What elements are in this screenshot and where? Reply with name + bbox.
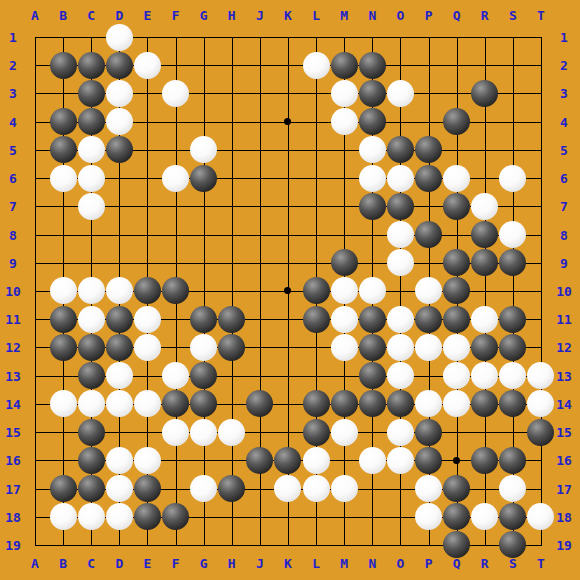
white-stone-O6[interactable] — [387, 165, 414, 192]
row-label-right-1: 1 — [560, 31, 568, 44]
row-label-right-10: 10 — [556, 284, 572, 297]
column-label-top-E: E — [144, 9, 152, 22]
black-stone-R16[interactable] — [471, 447, 498, 474]
white-stone-F13[interactable] — [162, 362, 189, 389]
black-stone-M9[interactable] — [331, 249, 358, 276]
black-stone-J16[interactable] — [246, 447, 273, 474]
white-stone-M17[interactable] — [331, 475, 358, 502]
column-label-top-Q: Q — [453, 9, 461, 22]
row-label-left-2: 2 — [9, 59, 17, 72]
black-stone-M14[interactable] — [331, 390, 358, 417]
white-stone-F15[interactable] — [162, 419, 189, 446]
white-stone-D14[interactable] — [106, 390, 133, 417]
white-stone-C18[interactable] — [78, 503, 105, 530]
black-stone-C16[interactable] — [78, 447, 105, 474]
black-stone-Q17[interactable] — [443, 475, 470, 502]
column-label-bottom-O: O — [397, 557, 405, 570]
row-label-left-5: 5 — [9, 143, 17, 156]
white-stone-C11[interactable] — [78, 306, 105, 333]
column-label-bottom-J: J — [256, 557, 264, 570]
black-stone-Q9[interactable] — [443, 249, 470, 276]
black-stone-C4[interactable] — [78, 108, 105, 135]
column-label-bottom-S: S — [509, 557, 517, 570]
row-label-right-13: 13 — [556, 369, 572, 382]
white-stone-C6[interactable] — [78, 165, 105, 192]
white-stone-K17[interactable] — [274, 475, 301, 502]
black-stone-S11[interactable] — [499, 306, 526, 333]
black-stone-N7[interactable] — [359, 193, 386, 220]
black-stone-S12[interactable] — [499, 334, 526, 361]
white-stone-D1[interactable] — [106, 24, 133, 51]
white-stone-O15[interactable] — [387, 419, 414, 446]
column-label-top-J: J — [256, 9, 264, 22]
white-stone-N10[interactable] — [359, 277, 386, 304]
white-stone-L2[interactable] — [303, 52, 330, 79]
row-label-right-12: 12 — [556, 341, 572, 354]
white-stone-M12[interactable] — [331, 334, 358, 361]
white-stone-D17[interactable] — [106, 475, 133, 502]
white-stone-O3[interactable] — [387, 80, 414, 107]
row-label-right-2: 2 — [560, 59, 568, 72]
black-stone-H11[interactable] — [218, 306, 245, 333]
white-stone-F3[interactable] — [162, 80, 189, 107]
row-label-right-11: 11 — [556, 313, 572, 326]
row-label-right-4: 4 — [560, 115, 568, 128]
star-point-K10 — [284, 287, 291, 294]
white-stone-C5[interactable] — [78, 136, 105, 163]
black-stone-F10[interactable] — [162, 277, 189, 304]
column-label-bottom-Q: Q — [453, 557, 461, 570]
white-stone-P17[interactable] — [415, 475, 442, 502]
column-label-top-A: A — [31, 9, 39, 22]
white-stone-N16[interactable] — [359, 447, 386, 474]
white-stone-C10[interactable] — [78, 277, 105, 304]
white-stone-G17[interactable] — [190, 475, 217, 502]
black-stone-T15[interactable] — [527, 419, 554, 446]
row-label-right-17: 17 — [556, 482, 572, 495]
white-stone-G15[interactable] — [190, 419, 217, 446]
row-label-left-16: 16 — [5, 454, 21, 467]
black-stone-G6[interactable] — [190, 165, 217, 192]
black-stone-C2[interactable] — [78, 52, 105, 79]
white-stone-B18[interactable] — [50, 503, 77, 530]
white-stone-G5[interactable] — [190, 136, 217, 163]
white-stone-D13[interactable] — [106, 362, 133, 389]
star-point-K4 — [284, 118, 291, 125]
black-stone-J14[interactable] — [246, 390, 273, 417]
black-stone-D5[interactable] — [106, 136, 133, 163]
go-board[interactable] — [21, 23, 555, 559]
row-label-left-4: 4 — [9, 115, 17, 128]
row-label-right-16: 16 — [556, 454, 572, 467]
white-stone-L17[interactable] — [303, 475, 330, 502]
white-stone-C7[interactable] — [78, 193, 105, 220]
row-label-right-14: 14 — [556, 397, 572, 410]
black-stone-N2[interactable] — [359, 52, 386, 79]
black-stone-N13[interactable] — [359, 362, 386, 389]
white-stone-S13[interactable] — [499, 362, 526, 389]
black-stone-D11[interactable] — [106, 306, 133, 333]
white-stone-O11[interactable] — [387, 306, 414, 333]
white-stone-D18[interactable] — [106, 503, 133, 530]
white-stone-O9[interactable] — [387, 249, 414, 276]
black-stone-G13[interactable] — [190, 362, 217, 389]
black-stone-R3[interactable] — [471, 80, 498, 107]
white-stone-P10[interactable] — [415, 277, 442, 304]
row-label-left-12: 12 — [5, 341, 21, 354]
white-stone-C14[interactable] — [78, 390, 105, 417]
column-label-top-C: C — [87, 9, 95, 22]
column-label-bottom-G: G — [200, 557, 208, 570]
black-stone-P16[interactable] — [415, 447, 442, 474]
row-label-left-18: 18 — [5, 510, 21, 523]
column-label-bottom-L: L — [312, 557, 320, 570]
white-stone-N6[interactable] — [359, 165, 386, 192]
white-stone-S8[interactable] — [499, 221, 526, 248]
black-stone-B5[interactable] — [50, 136, 77, 163]
black-stone-Q19[interactable] — [443, 531, 470, 558]
white-stone-R18[interactable] — [471, 503, 498, 530]
black-stone-P11[interactable] — [415, 306, 442, 333]
row-label-left-9: 9 — [9, 256, 17, 269]
white-stone-D16[interactable] — [106, 447, 133, 474]
white-stone-T18[interactable] — [527, 503, 554, 530]
white-stone-E16[interactable] — [134, 447, 161, 474]
row-label-right-19: 19 — [556, 538, 572, 551]
row-label-left-13: 13 — [5, 369, 21, 382]
black-stone-P5[interactable] — [415, 136, 442, 163]
column-label-top-R: R — [481, 9, 489, 22]
row-label-right-15: 15 — [556, 426, 572, 439]
black-stone-K16[interactable] — [274, 447, 301, 474]
white-stone-R13[interactable] — [471, 362, 498, 389]
column-label-top-K: K — [284, 9, 292, 22]
black-stone-C13[interactable] — [78, 362, 105, 389]
black-stone-Q18[interactable] — [443, 503, 470, 530]
column-label-top-O: O — [397, 9, 405, 22]
row-label-left-19: 19 — [5, 538, 21, 551]
black-stone-O14[interactable] — [387, 390, 414, 417]
black-stone-E10[interactable] — [134, 277, 161, 304]
row-label-left-8: 8 — [9, 228, 17, 241]
black-stone-N4[interactable] — [359, 108, 386, 135]
black-stone-L14[interactable] — [303, 390, 330, 417]
black-stone-B12[interactable] — [50, 334, 77, 361]
black-stone-B4[interactable] — [50, 108, 77, 135]
white-stone-P18[interactable] — [415, 503, 442, 530]
column-label-top-P: P — [425, 9, 433, 22]
black-stone-H17[interactable] — [218, 475, 245, 502]
black-stone-M2[interactable] — [331, 52, 358, 79]
white-stone-M4[interactable] — [331, 108, 358, 135]
white-stone-E14[interactable] — [134, 390, 161, 417]
row-label-right-6: 6 — [560, 172, 568, 185]
white-stone-P14[interactable] — [415, 390, 442, 417]
column-label-bottom-A: A — [31, 557, 39, 570]
white-stone-B6[interactable] — [50, 165, 77, 192]
white-stone-B14[interactable] — [50, 390, 77, 417]
white-stone-S6[interactable] — [499, 165, 526, 192]
white-stone-S17[interactable] — [499, 475, 526, 502]
black-stone-L15[interactable] — [303, 419, 330, 446]
white-stone-O16[interactable] — [387, 447, 414, 474]
star-point-Q16 — [453, 457, 460, 464]
white-stone-E12[interactable] — [134, 334, 161, 361]
white-stone-Q6[interactable] — [443, 165, 470, 192]
black-stone-N3[interactable] — [359, 80, 386, 107]
black-stone-Q10[interactable] — [443, 277, 470, 304]
black-stone-L10[interactable] — [303, 277, 330, 304]
row-label-right-3: 3 — [560, 87, 568, 100]
white-stone-O13[interactable] — [387, 362, 414, 389]
row-label-right-9: 9 — [560, 256, 568, 269]
row-label-right-7: 7 — [560, 200, 568, 213]
column-label-bottom-K: K — [284, 557, 292, 570]
black-stone-S16[interactable] — [499, 447, 526, 474]
white-stone-Q14[interactable] — [443, 390, 470, 417]
black-stone-F18[interactable] — [162, 503, 189, 530]
black-stone-Q4[interactable] — [443, 108, 470, 135]
black-stone-D2[interactable] — [106, 52, 133, 79]
column-label-bottom-E: E — [144, 557, 152, 570]
white-stone-N5[interactable] — [359, 136, 386, 163]
row-label-left-1: 1 — [9, 31, 17, 44]
row-label-left-6: 6 — [9, 172, 17, 185]
white-stone-G12[interactable] — [190, 334, 217, 361]
white-stone-H15[interactable] — [218, 419, 245, 446]
white-stone-P12[interactable] — [415, 334, 442, 361]
black-stone-P8[interactable] — [415, 221, 442, 248]
column-label-top-T: T — [537, 9, 545, 22]
black-stone-N12[interactable] — [359, 334, 386, 361]
black-stone-C3[interactable] — [78, 80, 105, 107]
black-stone-P6[interactable] — [415, 165, 442, 192]
white-stone-D4[interactable] — [106, 108, 133, 135]
black-stone-R8[interactable] — [471, 221, 498, 248]
white-stone-M15[interactable] — [331, 419, 358, 446]
black-stone-S14[interactable] — [499, 390, 526, 417]
column-label-bottom-F: F — [172, 557, 180, 570]
white-stone-D10[interactable] — [106, 277, 133, 304]
black-stone-B11[interactable] — [50, 306, 77, 333]
row-label-left-11: 11 — [5, 313, 21, 326]
column-label-bottom-C: C — [87, 557, 95, 570]
black-stone-B2[interactable] — [50, 52, 77, 79]
white-stone-F6[interactable] — [162, 165, 189, 192]
row-label-left-3: 3 — [9, 87, 17, 100]
column-label-top-S: S — [509, 9, 517, 22]
black-stone-H12[interactable] — [218, 334, 245, 361]
column-label-top-L: L — [312, 9, 320, 22]
white-stone-R7[interactable] — [471, 193, 498, 220]
black-stone-S9[interactable] — [499, 249, 526, 276]
white-stone-O8[interactable] — [387, 221, 414, 248]
black-stone-N11[interactable] — [359, 306, 386, 333]
black-stone-C17[interactable] — [78, 475, 105, 502]
black-stone-O7[interactable] — [387, 193, 414, 220]
black-stone-L11[interactable] — [303, 306, 330, 333]
column-label-bottom-T: T — [537, 557, 545, 570]
row-label-right-5: 5 — [560, 143, 568, 156]
column-label-bottom-N: N — [368, 557, 376, 570]
black-stone-G11[interactable] — [190, 306, 217, 333]
white-stone-L16[interactable] — [303, 447, 330, 474]
white-stone-Q13[interactable] — [443, 362, 470, 389]
black-stone-R9[interactable] — [471, 249, 498, 276]
white-stone-O12[interactable] — [387, 334, 414, 361]
white-stone-M11[interactable] — [331, 306, 358, 333]
black-stone-S19[interactable] — [499, 531, 526, 558]
column-label-top-F: F — [172, 9, 180, 22]
column-label-top-N: N — [368, 9, 376, 22]
column-label-top-H: H — [228, 9, 236, 22]
row-label-left-7: 7 — [9, 200, 17, 213]
black-stone-B17[interactable] — [50, 475, 77, 502]
black-stone-E18[interactable] — [134, 503, 161, 530]
black-stone-G14[interactable] — [190, 390, 217, 417]
black-stone-P15[interactable] — [415, 419, 442, 446]
go-board-screen: AABBCCDDEEFFGGHHJJKKLLMMNNOOPPQQRRSSTT11… — [0, 0, 580, 580]
column-label-bottom-B: B — [59, 557, 67, 570]
white-stone-T13[interactable] — [527, 362, 554, 389]
white-stone-T14[interactable] — [527, 390, 554, 417]
row-label-right-8: 8 — [560, 228, 568, 241]
column-label-top-M: M — [340, 9, 348, 22]
black-stone-Q7[interactable] — [443, 193, 470, 220]
black-stone-O5[interactable] — [387, 136, 414, 163]
white-stone-Q12[interactable] — [443, 334, 470, 361]
row-label-left-14: 14 — [5, 397, 21, 410]
black-stone-Q11[interactable] — [443, 306, 470, 333]
column-label-bottom-H: H — [228, 557, 236, 570]
row-label-left-17: 17 — [5, 482, 21, 495]
black-stone-F14[interactable] — [162, 390, 189, 417]
column-label-top-D: D — [115, 9, 123, 22]
row-label-right-18: 18 — [556, 510, 572, 523]
column-label-bottom-P: P — [425, 557, 433, 570]
column-label-bottom-M: M — [340, 557, 348, 570]
column-label-bottom-D: D — [115, 557, 123, 570]
column-label-top-G: G — [200, 9, 208, 22]
white-stone-E11[interactable] — [134, 306, 161, 333]
black-stone-D12[interactable] — [106, 334, 133, 361]
black-stone-S18[interactable] — [499, 503, 526, 530]
black-stone-C12[interactable] — [78, 334, 105, 361]
black-stone-C15[interactable] — [78, 419, 105, 446]
white-stone-M10[interactable] — [331, 277, 358, 304]
white-stone-E2[interactable] — [134, 52, 161, 79]
black-stone-R14[interactable] — [471, 390, 498, 417]
white-stone-B10[interactable] — [50, 277, 77, 304]
white-stone-M3[interactable] — [331, 80, 358, 107]
column-label-bottom-R: R — [481, 557, 489, 570]
column-label-top-B: B — [59, 9, 67, 22]
row-label-left-10: 10 — [5, 284, 21, 297]
white-stone-R11[interactable] — [471, 306, 498, 333]
black-stone-N14[interactable] — [359, 390, 386, 417]
black-stone-E17[interactable] — [134, 475, 161, 502]
black-stone-R12[interactable] — [471, 334, 498, 361]
row-label-left-15: 15 — [5, 426, 21, 439]
white-stone-D3[interactable] — [106, 80, 133, 107]
